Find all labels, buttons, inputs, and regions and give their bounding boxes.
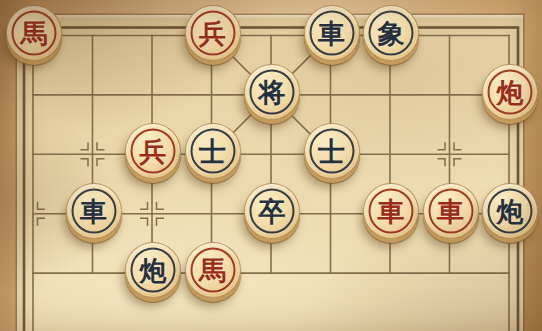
piece-character: 士 [199,137,226,165]
xiangqi-app: 馬兵車象将炮兵士士車卒車車炮炮馬 [0,0,542,331]
piece-black-elephant[interactable]: 象 [363,5,419,61]
piece-character: 車 [437,197,464,225]
piece-black-soldier[interactable]: 卒 [244,183,300,239]
piece-black-general[interactable]: 将 [244,64,300,120]
piece-character: 炮 [497,197,524,225]
piece-character: 車 [378,197,405,225]
piece-red-horse[interactable]: 馬 [185,242,241,298]
piece-black-chariot[interactable]: 車 [66,183,122,239]
xiangqi-board: 馬兵車象将炮兵士士車卒車車炮炮馬 [0,0,542,331]
piece-red-soldier[interactable]: 兵 [125,123,181,179]
piece-character: 兵 [199,19,226,47]
piece-black-chariot[interactable]: 車 [304,5,360,61]
piece-character: 卒 [259,197,286,225]
piece-character: 車 [318,19,345,47]
piece-red-soldier[interactable]: 兵 [185,5,241,61]
piece-black-advisor[interactable]: 士 [185,123,241,179]
piece-character: 馬 [21,19,48,47]
piece-character: 象 [378,19,405,47]
piece-character: 兵 [140,137,167,165]
piece-black-advisor[interactable]: 士 [304,123,360,179]
piece-character: 馬 [199,256,226,284]
piece-character: 車 [80,197,107,225]
piece-black-cannon[interactable]: 炮 [482,183,538,239]
piece-black-cannon[interactable]: 炮 [125,242,181,298]
piece-red-cannon[interactable]: 炮 [482,64,538,120]
piece-character: 将 [259,78,286,106]
piece-red-chariot[interactable]: 車 [423,183,479,239]
piece-red-horse[interactable]: 馬 [6,5,62,61]
piece-character: 士 [318,137,345,165]
piece-red-chariot[interactable]: 車 [363,183,419,239]
piece-character: 炮 [497,78,524,106]
piece-character: 炮 [140,256,167,284]
